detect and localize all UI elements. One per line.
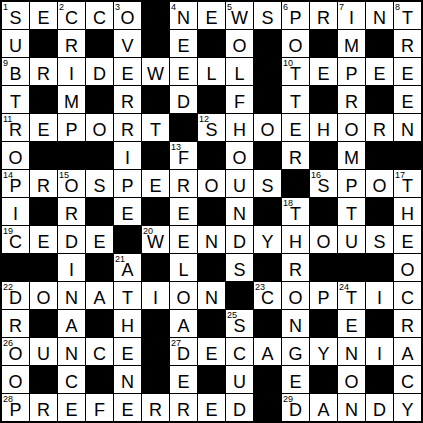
cell-r7c8[interactable]: O: [198, 170, 225, 197]
cell-r13c9[interactable]: C: [226, 338, 253, 365]
cell-r2c7[interactable]: E: [170, 30, 197, 57]
cell-letter: O: [310, 233, 337, 251]
cell-letter: E: [394, 65, 421, 83]
cell-r5c12[interactable]: H: [310, 114, 337, 141]
cell-letter: D: [86, 65, 113, 83]
cell-r1c4[interactable]: C: [86, 2, 113, 29]
cell-letter: O: [282, 37, 309, 55]
cell-letter: N: [198, 289, 225, 307]
cell-r6c11[interactable]: R: [282, 142, 309, 169]
cell-letter: R: [310, 9, 337, 27]
cell-r12c5[interactable]: H: [114, 310, 141, 337]
cell-r11c13[interactable]: 24T: [338, 282, 365, 309]
cell-r3c4[interactable]: D: [86, 58, 113, 85]
cell-r6c5[interactable]: I: [114, 142, 141, 169]
cell-r3c3[interactable]: I: [58, 58, 85, 85]
block-cell-r14c10: [254, 366, 281, 393]
cell-r10c11[interactable]: R: [282, 254, 309, 281]
cell-r4c7[interactable]: D: [170, 86, 197, 113]
cell-letter: P: [310, 289, 337, 307]
cell-letter: M: [338, 37, 365, 55]
cell-letter: P: [2, 401, 29, 419]
block-cell-r4c6: [142, 86, 169, 113]
cell-r13c11[interactable]: G: [282, 338, 309, 365]
cell-r4c13[interactable]: R: [338, 86, 365, 113]
block-cell-r10c2: [30, 254, 57, 281]
cell-letter: R: [58, 205, 85, 223]
cell-r1c1[interactable]: 1S: [2, 2, 29, 29]
cell-letter: E: [30, 233, 57, 251]
cell-r5c2[interactable]: E: [30, 114, 57, 141]
cell-r5c14[interactable]: R: [366, 114, 393, 141]
cell-r10c5[interactable]: 21A: [114, 254, 141, 281]
cell-letter: S: [2, 9, 29, 27]
cell-r5c3[interactable]: P: [58, 114, 85, 141]
block-cell-r12c12: [310, 310, 337, 337]
block-cell-r8c2: [30, 198, 57, 225]
cell-r3c1[interactable]: 9B: [2, 58, 29, 85]
cell-letter: P: [338, 65, 365, 83]
cell-r7c12[interactable]: 16S: [310, 170, 337, 197]
block-cell-r6c10: [254, 142, 281, 169]
cell-r14c15[interactable]: C: [394, 366, 421, 393]
cell-r11c12[interactable]: P: [310, 282, 337, 309]
cell-r9c1[interactable]: 19C: [2, 226, 29, 253]
cell-r3c5[interactable]: E: [114, 58, 141, 85]
block-cell-r1c6: [142, 2, 169, 29]
cell-r15c6[interactable]: R: [142, 394, 169, 421]
cell-r12c13[interactable]: E: [338, 310, 365, 337]
cell-r4c11[interactable]: T: [282, 86, 309, 113]
block-cell-r2c12: [310, 30, 337, 57]
cell-letter: E: [114, 205, 141, 223]
cell-r15c8[interactable]: E: [198, 394, 225, 421]
block-cell-r8c8: [198, 198, 225, 225]
cell-r15c12[interactable]: A: [310, 394, 337, 421]
cell-r7c14[interactable]: O: [366, 170, 393, 197]
cell-r7c3[interactable]: 15O: [58, 170, 85, 197]
cell-r3c8[interactable]: L: [198, 58, 225, 85]
cell-r5c13[interactable]: O: [338, 114, 365, 141]
cell-letter: D: [2, 289, 29, 307]
cell-r12c7[interactable]: A: [170, 310, 197, 337]
cell-letter: A: [394, 345, 421, 363]
cell-letter: E: [142, 177, 169, 195]
cell-letter: E: [198, 345, 225, 363]
cell-r5c6[interactable]: T: [142, 114, 169, 141]
cell-r9c15[interactable]: E: [394, 226, 421, 253]
cell-letter: S: [366, 233, 393, 251]
cell-letter: E: [58, 401, 85, 419]
cell-r2c11[interactable]: O: [282, 30, 309, 57]
cell-letter: C: [2, 233, 29, 251]
cell-r4c3[interactable]: M: [58, 86, 85, 113]
cell-letter: D: [226, 233, 253, 251]
block-cell-r13c6: [142, 338, 169, 365]
cell-letter: E: [198, 9, 225, 27]
cell-letter: I: [142, 289, 169, 307]
cell-r7c2[interactable]: R: [30, 170, 57, 197]
cell-letter: C: [58, 9, 85, 27]
cell-r7c5[interactable]: P: [114, 170, 141, 197]
cell-r11c5[interactable]: T: [114, 282, 141, 309]
cell-r11c14[interactable]: I: [366, 282, 393, 309]
cell-letter: L: [198, 65, 225, 83]
cell-r10c7[interactable]: L: [170, 254, 197, 281]
cell-r1c7[interactable]: 4N: [170, 2, 197, 29]
cell-letter: M: [338, 149, 365, 167]
cell-letter: R: [142, 401, 169, 419]
cell-r7c15[interactable]: 17T: [394, 170, 421, 197]
block-cell-r6c2: [30, 142, 57, 169]
cell-r2c5[interactable]: V: [114, 30, 141, 57]
cell-r15c14[interactable]: D: [366, 394, 393, 421]
cell-r15c13[interactable]: N: [338, 394, 365, 421]
block-cell-r6c8: [198, 142, 225, 169]
cell-letter: Y: [394, 401, 421, 419]
cell-letter: T: [282, 93, 309, 111]
cell-r1c8[interactable]: E: [198, 2, 225, 29]
cell-letter: O: [338, 373, 365, 391]
cell-r9c8[interactable]: N: [198, 226, 225, 253]
cell-r3c11[interactable]: 10T: [282, 58, 309, 85]
block-cell-r10c8: [198, 254, 225, 281]
block-cell-r6c15: [394, 142, 421, 169]
cell-r13c14[interactable]: I: [366, 338, 393, 365]
cell-r9c12[interactable]: O: [310, 226, 337, 253]
cell-r13c2[interactable]: U: [30, 338, 57, 365]
cell-letter: I: [58, 65, 85, 83]
cell-letter: T: [114, 289, 141, 307]
cell-r14c3[interactable]: C: [58, 366, 85, 393]
cell-letter: E: [86, 233, 113, 251]
block-cell-r12c10: [254, 310, 281, 337]
cell-letter: O: [2, 149, 29, 167]
cell-r15c7[interactable]: R: [170, 394, 197, 421]
cell-r7c4[interactable]: S: [86, 170, 113, 197]
cell-r3c2[interactable]: R: [30, 58, 57, 85]
cell-r15c2[interactable]: R: [30, 394, 57, 421]
cell-r1c9[interactable]: 5W: [226, 2, 253, 29]
cell-r9c13[interactable]: U: [338, 226, 365, 253]
block-cell-r6c12: [310, 142, 337, 169]
cell-letter: R: [30, 401, 57, 419]
cell-r5c1[interactable]: 11R: [2, 114, 29, 141]
cell-letter: H: [282, 233, 309, 251]
block-cell-r12c4: [86, 310, 113, 337]
cell-letter: R: [394, 37, 421, 55]
cell-r6c9[interactable]: O: [226, 142, 253, 169]
cell-r2c3[interactable]: R: [58, 30, 85, 57]
cell-r9c4[interactable]: E: [86, 226, 113, 253]
cell-r1c13[interactable]: 7I: [338, 2, 365, 29]
cell-r7c7[interactable]: R: [170, 170, 197, 197]
cell-r9c10[interactable]: Y: [254, 226, 281, 253]
cell-letter: R: [170, 401, 197, 419]
cell-r1c5[interactable]: 3O: [114, 2, 141, 29]
cell-letter: C: [226, 345, 253, 363]
cell-r5c15[interactable]: N: [394, 114, 421, 141]
block-cell-r6c14: [366, 142, 393, 169]
cell-r8c11[interactable]: 18T: [282, 198, 309, 225]
cell-r8c1[interactable]: I: [2, 198, 29, 225]
cell-letter: N: [282, 317, 309, 335]
cell-r12c15[interactable]: R: [394, 310, 421, 337]
cell-letter: F: [170, 149, 197, 167]
cell-r11c11[interactable]: O: [282, 282, 309, 309]
cell-letter: F: [226, 93, 253, 111]
block-cell-r14c4: [86, 366, 113, 393]
cell-r14c9[interactable]: U: [226, 366, 253, 393]
cell-r1c15[interactable]: 8T: [394, 2, 421, 29]
block-cell-r15c10: [254, 394, 281, 421]
cell-letter: N: [170, 9, 197, 27]
cell-letter: H: [394, 205, 421, 223]
cell-r14c7[interactable]: E: [170, 366, 197, 393]
cell-r13c4[interactable]: C: [86, 338, 113, 365]
cell-r15c4[interactable]: F: [86, 394, 113, 421]
block-cell-r14c2: [30, 366, 57, 393]
cell-letter: S: [198, 121, 225, 139]
cell-r13c5[interactable]: E: [114, 338, 141, 365]
cell-letter: O: [226, 37, 253, 55]
block-cell-r4c14: [366, 86, 393, 113]
cell-r5c10[interactable]: O: [254, 114, 281, 141]
cell-letter: P: [338, 177, 365, 195]
cell-r1c3[interactable]: 2C: [58, 2, 85, 29]
cell-r3c13[interactable]: P: [338, 58, 365, 85]
block-cell-r10c1: [2, 254, 29, 281]
cell-letter: C: [254, 289, 281, 307]
cell-letter: H: [226, 121, 253, 139]
cell-letter: S: [310, 177, 337, 195]
cell-letter: S: [254, 177, 281, 195]
cell-letter: R: [30, 177, 57, 195]
cell-letter: O: [2, 373, 29, 391]
cell-letter: Y: [254, 233, 281, 251]
cell-r4c5[interactable]: R: [114, 86, 141, 113]
cell-r1c14[interactable]: N: [366, 2, 393, 29]
cell-letter: R: [170, 177, 197, 195]
cell-letter: N: [338, 345, 365, 363]
cell-r8c3[interactable]: R: [58, 198, 85, 225]
cell-r8c15[interactable]: H: [394, 198, 421, 225]
cell-letter: S: [226, 317, 253, 335]
cell-r10c3[interactable]: I: [58, 254, 85, 281]
cell-letter: S: [226, 261, 253, 279]
block-cell-r3c10: [254, 58, 281, 85]
cell-r3c12[interactable]: E: [310, 58, 337, 85]
cell-r11c3[interactable]: N: [58, 282, 85, 309]
cell-letter: O: [2, 345, 29, 363]
cell-r8c7[interactable]: E: [170, 198, 197, 225]
cell-letter: L: [226, 65, 253, 83]
block-cell-r8c14: [366, 198, 393, 225]
cell-letter: E: [114, 65, 141, 83]
cell-r7c9[interactable]: U: [226, 170, 253, 197]
cell-letter: N: [226, 205, 253, 223]
cell-r9c6[interactable]: 20W: [142, 226, 169, 253]
cell-letter: E: [170, 37, 197, 55]
cell-r14c13[interactable]: O: [338, 366, 365, 393]
block-cell-r2c6: [142, 30, 169, 57]
cell-r11c10[interactable]: 23C: [254, 282, 281, 309]
cell-letter: T: [394, 177, 421, 195]
cell-r3c15[interactable]: E: [394, 58, 421, 85]
cell-r5c8[interactable]: 12S: [198, 114, 225, 141]
cell-r15c15[interactable]: Y: [394, 394, 421, 421]
cell-r5c4[interactable]: O: [86, 114, 113, 141]
cell-r4c9[interactable]: F: [226, 86, 253, 113]
cell-r7c1[interactable]: 14P: [2, 170, 29, 197]
cell-letter: O: [366, 177, 393, 195]
cell-r11c7[interactable]: O: [170, 282, 197, 309]
cell-r11c4[interactable]: A: [86, 282, 113, 309]
cell-r13c1[interactable]: 26O: [2, 338, 29, 365]
cell-r11c1[interactable]: 22D: [2, 282, 29, 309]
cell-letter: R: [394, 317, 421, 335]
cell-r7c6[interactable]: E: [142, 170, 169, 197]
cell-r14c5[interactable]: N: [114, 366, 141, 393]
block-cell-r12c8: [198, 310, 225, 337]
cell-letter: R: [2, 317, 29, 335]
cell-r7c10[interactable]: S: [254, 170, 281, 197]
block-cell-r4c2: [30, 86, 57, 113]
cell-r2c13[interactable]: M: [338, 30, 365, 57]
cell-r15c1[interactable]: 28P: [2, 394, 29, 421]
cell-r4c15[interactable]: E: [394, 86, 421, 113]
cell-r5c9[interactable]: H: [226, 114, 253, 141]
cell-letter: E: [338, 317, 365, 335]
block-cell-r11c9: [226, 282, 253, 309]
cell-r8c9[interactable]: N: [226, 198, 253, 225]
block-cell-r8c6: [142, 198, 169, 225]
cell-letter: N: [58, 345, 85, 363]
cell-r11c6[interactable]: I: [142, 282, 169, 309]
cell-r1c10[interactable]: S: [254, 2, 281, 29]
cell-r12c3[interactable]: A: [58, 310, 85, 337]
cell-r3c7[interactable]: E: [170, 58, 197, 85]
cell-letter: P: [2, 177, 29, 195]
cell-letter: T: [2, 93, 29, 111]
cell-letter: E: [114, 345, 141, 363]
cell-r13c10[interactable]: A: [254, 338, 281, 365]
cell-letter: N: [198, 233, 225, 251]
cell-letter: U: [226, 373, 253, 391]
cell-r11c15[interactable]: C: [394, 282, 421, 309]
block-cell-r14c8: [198, 366, 225, 393]
cell-r8c5[interactable]: E: [114, 198, 141, 225]
cell-r6c13[interactable]: M: [338, 142, 365, 169]
cell-r15c5[interactable]: E: [114, 394, 141, 421]
block-cell-r12c6: [142, 310, 169, 337]
cell-r1c2[interactable]: E: [30, 2, 57, 29]
block-cell-r10c14: [366, 254, 393, 281]
cell-letter: P: [282, 9, 309, 27]
cell-r8c13[interactable]: T: [338, 198, 365, 225]
cell-r9c7[interactable]: E: [170, 226, 197, 253]
cell-r2c15[interactable]: R: [394, 30, 421, 57]
cell-r15c3[interactable]: E: [58, 394, 85, 421]
cell-r2c1[interactable]: U: [2, 30, 29, 57]
cell-r13c3[interactable]: N: [58, 338, 85, 365]
block-cell-r4c10: [254, 86, 281, 113]
block-cell-r6c4: [86, 142, 113, 169]
cell-letter: M: [58, 93, 85, 111]
cell-r1c12[interactable]: R: [310, 2, 337, 29]
cell-r2c9[interactable]: O: [226, 30, 253, 57]
cell-r5c5[interactable]: R: [114, 114, 141, 141]
cell-r6c7[interactable]: 13F: [170, 142, 197, 169]
cell-letter: T: [282, 205, 309, 223]
cell-letter: I: [58, 261, 85, 279]
block-cell-r2c14: [366, 30, 393, 57]
cell-letter: I: [366, 289, 393, 307]
cell-r13c7[interactable]: 27D: [170, 338, 197, 365]
cell-r14c1[interactable]: O: [2, 366, 29, 393]
cell-r9c2[interactable]: E: [30, 226, 57, 253]
cell-r10c15[interactable]: O: [394, 254, 421, 281]
cell-letter: U: [338, 233, 365, 251]
cell-letter: O: [226, 149, 253, 167]
cell-letter: R: [282, 149, 309, 167]
cell-r15c11[interactable]: 29D: [282, 394, 309, 421]
block-cell-r14c12: [310, 366, 337, 393]
cell-r10c9[interactable]: S: [226, 254, 253, 281]
cell-letter: I: [114, 149, 141, 167]
cell-letter: R: [366, 121, 393, 139]
cell-r13c15[interactable]: A: [394, 338, 421, 365]
block-cell-r4c4: [86, 86, 113, 113]
block-cell-r8c12: [310, 198, 337, 225]
cell-letter: D: [170, 345, 197, 363]
cell-r9c11[interactable]: H: [282, 226, 309, 253]
cell-letter: D: [226, 401, 253, 419]
cell-r3c9[interactable]: L: [226, 58, 253, 85]
cell-r13c8[interactable]: E: [198, 338, 225, 365]
cell-r9c3[interactable]: D: [58, 226, 85, 253]
cell-letter: D: [366, 401, 393, 419]
cell-r13c12[interactable]: Y: [310, 338, 337, 365]
cell-r6c1[interactable]: O: [2, 142, 29, 169]
cell-letter: A: [114, 261, 141, 279]
cell-r14c11[interactable]: E: [282, 366, 309, 393]
cell-r12c1[interactable]: R: [2, 310, 29, 337]
cell-letter: W: [226, 9, 253, 27]
cell-letter: E: [198, 401, 225, 419]
cell-r11c2[interactable]: O: [30, 282, 57, 309]
cell-r12c11[interactable]: N: [282, 310, 309, 337]
cell-r1c11[interactable]: 6P: [282, 2, 309, 29]
cell-r13c13[interactable]: N: [338, 338, 365, 365]
cell-letter: T: [338, 289, 365, 307]
cell-r12c9[interactable]: 25S: [226, 310, 253, 337]
cell-letter: C: [86, 9, 113, 27]
cell-r3c14[interactable]: E: [366, 58, 393, 85]
cell-r4c1[interactable]: T: [2, 86, 29, 113]
cell-r9c14[interactable]: S: [366, 226, 393, 253]
cell-r9c9[interactable]: D: [226, 226, 253, 253]
cell-r7c13[interactable]: P: [338, 170, 365, 197]
cell-letter: A: [310, 401, 337, 419]
cell-letter: O: [114, 9, 141, 27]
cell-r15c9[interactable]: D: [226, 394, 253, 421]
cell-letter: H: [310, 121, 337, 139]
cell-r11c8[interactable]: N: [198, 282, 225, 309]
cell-r5c11[interactable]: E: [282, 114, 309, 141]
block-cell-r12c2: [30, 310, 57, 337]
cell-r3c6[interactable]: W: [142, 58, 169, 85]
